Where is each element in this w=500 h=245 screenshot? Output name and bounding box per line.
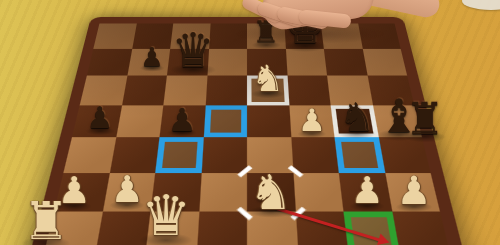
white-pawn-g3[interactable]: ♟ [350,172,383,209]
square-a8[interactable] [93,23,136,48]
square-g7[interactable] [324,48,367,75]
square-g2[interactable] [343,212,399,245]
square-h2[interactable] [392,212,451,245]
square-d4[interactable] [201,137,247,172]
chess-3d-scene: ♜♚♛♟♟♟♞♝♞♟♞♟♟♟♟♛♜♜ [0,0,500,245]
hint-move-highlight-g2[interactable] [343,212,399,245]
threat-arrow-head [377,234,391,245]
square-a7[interactable] [87,48,132,75]
legal-move-highlight-c4[interactable] [155,137,203,172]
square-d2[interactable] [196,212,247,245]
square-f6[interactable] [287,76,331,105]
black-king-f8[interactable]: ♚ [284,4,325,50]
black-knight-g5[interactable]: ♞ [339,97,375,137]
black-queen-c7[interactable]: ♛ [171,26,214,74]
white-knight-e6[interactable]: ♞ [252,61,284,97]
legal-move-highlight-g4[interactable] [335,137,385,172]
black-pawn-a5[interactable]: ♟ [87,103,114,133]
captured-black-rook: ♜ [405,97,444,141]
black-pawn-c5[interactable]: ♟ [168,104,197,136]
saucer-edge [462,0,500,10]
square-h8[interactable] [358,23,401,48]
square-b5[interactable] [116,105,164,137]
square-f4[interactable] [291,137,339,172]
square-g8[interactable] [321,23,362,48]
white-knight-e3[interactable]: ♞ [249,168,292,216]
white-pawn-b3[interactable]: ♟ [110,171,143,208]
square-d5[interactable] [203,105,247,137]
square-d6[interactable] [205,76,247,105]
square-g4[interactable] [335,137,385,172]
legal-move-highlight-d5[interactable] [203,105,247,137]
square-h7[interactable] [362,48,407,75]
white-pawn-h3[interactable]: ♟ [397,171,432,210]
white-queen-c2[interactable]: ♛ [141,188,191,244]
square-b6[interactable] [122,76,167,105]
square-e5[interactable] [247,105,291,137]
square-a4[interactable] [63,137,115,172]
square-c4[interactable] [155,137,203,172]
black-rook-e8[interactable]: ♜ [253,17,280,47]
white-pawn-f5[interactable]: ♟ [298,105,326,136]
white-rook-a2[interactable]: ♜ [23,195,70,245]
black-pawn-b7[interactable]: ♟ [140,44,163,70]
